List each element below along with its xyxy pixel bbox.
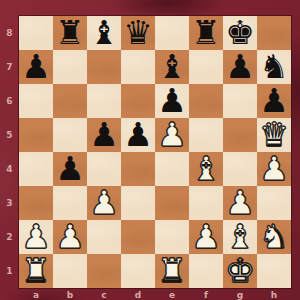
rank-label-3: 3 — [0, 186, 19, 220]
piece-white-pawn-e5: ♟ — [157, 118, 187, 152]
square-b2[interactable]: ♟ — [53, 220, 87, 254]
square-c5[interactable]: ♟ — [87, 118, 121, 152]
file-label-d: d — [121, 289, 155, 300]
square-a6[interactable] — [19, 84, 53, 118]
square-c2[interactable] — [87, 220, 121, 254]
piece-white-pawn-f2: ♟ — [191, 220, 221, 254]
piece-white-pawn-g3: ♟ — [225, 186, 255, 220]
file-label-e: e — [155, 289, 189, 300]
piece-black-bishop-c8: ♝ — [89, 16, 119, 50]
square-g8[interactable]: ♚ — [223, 16, 257, 50]
square-a5[interactable] — [19, 118, 53, 152]
file-label-f: f — [189, 289, 223, 300]
square-c3[interactable]: ♟ — [87, 186, 121, 220]
square-f6[interactable] — [189, 84, 223, 118]
piece-white-queen-h5: ♛ — [259, 118, 289, 152]
square-h2[interactable]: ♞ — [257, 220, 291, 254]
square-b5[interactable] — [53, 118, 87, 152]
piece-white-pawn-c3: ♟ — [89, 186, 119, 220]
square-e6[interactable]: ♟ — [155, 84, 189, 118]
piece-black-pawn-b4: ♟ — [55, 152, 85, 186]
square-g7[interactable]: ♟ — [223, 50, 257, 84]
piece-white-knight-h2: ♞ — [259, 220, 289, 254]
square-a1[interactable]: ♜ — [19, 254, 53, 288]
square-e7[interactable]: ♝ — [155, 50, 189, 84]
file-label-b: b — [53, 289, 87, 300]
piece-white-pawn-h4: ♟ — [259, 152, 289, 186]
square-e3[interactable] — [155, 186, 189, 220]
square-g5[interactable] — [223, 118, 257, 152]
square-g4[interactable] — [223, 152, 257, 186]
piece-white-rook-a1: ♜ — [21, 254, 51, 288]
piece-black-pawn-d5: ♟ — [123, 118, 153, 152]
square-d2[interactable] — [121, 220, 155, 254]
square-f5[interactable] — [189, 118, 223, 152]
square-c4[interactable] — [87, 152, 121, 186]
square-h5[interactable]: ♛ — [257, 118, 291, 152]
rank-label-8: 8 — [0, 16, 19, 50]
piece-black-pawn-h6: ♟ — [259, 84, 289, 118]
piece-black-pawn-c5: ♟ — [89, 118, 119, 152]
square-b6[interactable] — [53, 84, 87, 118]
square-c8[interactable]: ♝ — [87, 16, 121, 50]
piece-black-pawn-a7: ♟ — [21, 50, 51, 84]
chess-board: ♜♝♛♜♚♟♝♟♞♟♟♟♟♟♛♟♝♟♟♟♟♟♟♝♞♜♜♚ — [19, 16, 291, 288]
piece-black-pawn-e6: ♟ — [157, 84, 187, 118]
square-a2[interactable]: ♟ — [19, 220, 53, 254]
square-g6[interactable] — [223, 84, 257, 118]
square-e8[interactable] — [155, 16, 189, 50]
square-b1[interactable] — [53, 254, 87, 288]
square-g3[interactable]: ♟ — [223, 186, 257, 220]
piece-white-king-g1: ♚ — [225, 254, 255, 288]
square-d3[interactable] — [121, 186, 155, 220]
square-b8[interactable]: ♜ — [53, 16, 87, 50]
piece-black-bishop-e7: ♝ — [157, 50, 187, 84]
square-f8[interactable]: ♜ — [189, 16, 223, 50]
square-e5[interactable]: ♟ — [155, 118, 189, 152]
square-a7[interactable]: ♟ — [19, 50, 53, 84]
piece-white-pawn-b2: ♟ — [55, 220, 85, 254]
square-d1[interactable] — [121, 254, 155, 288]
square-b7[interactable] — [53, 50, 87, 84]
square-a4[interactable] — [19, 152, 53, 186]
square-h6[interactable]: ♟ — [257, 84, 291, 118]
file-label-a: a — [19, 289, 53, 300]
square-c6[interactable] — [87, 84, 121, 118]
square-f2[interactable]: ♟ — [189, 220, 223, 254]
square-g2[interactable]: ♝ — [223, 220, 257, 254]
square-f3[interactable] — [189, 186, 223, 220]
rank-label-7: 7 — [0, 50, 19, 84]
square-h7[interactable]: ♞ — [257, 50, 291, 84]
square-h8[interactable] — [257, 16, 291, 50]
square-d6[interactable] — [121, 84, 155, 118]
piece-white-bishop-g2: ♝ — [225, 220, 255, 254]
square-d4[interactable] — [121, 152, 155, 186]
rank-label-5: 5 — [0, 118, 19, 152]
file-label-c: c — [87, 289, 121, 300]
file-label-h: h — [257, 289, 291, 300]
piece-black-rook-f8: ♜ — [191, 16, 221, 50]
piece-black-king-g8: ♚ — [225, 16, 255, 50]
square-e2[interactable] — [155, 220, 189, 254]
square-d7[interactable] — [121, 50, 155, 84]
square-a8[interactable] — [19, 16, 53, 50]
rank-label-6: 6 — [0, 84, 19, 118]
rank-label-4: 4 — [0, 152, 19, 186]
square-h3[interactable] — [257, 186, 291, 220]
piece-white-rook-e1: ♜ — [157, 254, 187, 288]
square-f4[interactable]: ♝ — [189, 152, 223, 186]
rank-label-2: 2 — [0, 220, 19, 254]
piece-black-knight-h7: ♞ — [259, 50, 289, 84]
rank-label-1: 1 — [0, 254, 19, 288]
square-d5[interactable]: ♟ — [121, 118, 155, 152]
square-b3[interactable] — [53, 186, 87, 220]
square-c7[interactable] — [87, 50, 121, 84]
square-c1[interactable] — [87, 254, 121, 288]
piece-white-pawn-a2: ♟ — [21, 220, 51, 254]
piece-black-pawn-g7: ♟ — [225, 50, 255, 84]
chess-diagram: ♜♝♛♜♚♟♝♟♞♟♟♟♟♟♛♟♝♟♟♟♟♟♟♝♞♜♜♚ 87654321 ab… — [0, 0, 300, 300]
square-g1[interactable]: ♚ — [223, 254, 257, 288]
square-e1[interactable]: ♜ — [155, 254, 189, 288]
square-h1[interactable] — [257, 254, 291, 288]
piece-white-bishop-f4: ♝ — [191, 152, 221, 186]
file-label-g: g — [223, 289, 257, 300]
piece-black-queen-d8: ♛ — [123, 16, 153, 50]
square-a3[interactable] — [19, 186, 53, 220]
square-e4[interactable] — [155, 152, 189, 186]
square-h4[interactable]: ♟ — [257, 152, 291, 186]
piece-black-rook-b8: ♜ — [55, 16, 85, 50]
square-f1[interactable] — [189, 254, 223, 288]
square-b4[interactable]: ♟ — [53, 152, 87, 186]
square-f7[interactable] — [189, 50, 223, 84]
square-d8[interactable]: ♛ — [121, 16, 155, 50]
